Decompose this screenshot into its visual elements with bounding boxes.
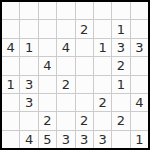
cell-r8c8[interactable]: 1 — [131, 131, 148, 148]
cell-r3c4[interactable]: 4 — [57, 39, 74, 56]
cell-r2c5[interactable]: 2 — [76, 20, 93, 37]
cell-r4c8[interactable] — [131, 57, 148, 74]
puzzle-board: 21414133421321324222453331 — [0, 0, 150, 150]
cell-r1c8[interactable] — [131, 2, 148, 19]
cell-r6c1[interactable] — [2, 94, 19, 111]
cell-r5c3[interactable] — [39, 76, 56, 93]
cell-r5c5[interactable] — [76, 76, 93, 93]
cell-r8c3[interactable]: 5 — [39, 131, 56, 148]
cell-r3c6[interactable]: 1 — [94, 39, 111, 56]
cell-r8c4[interactable]: 3 — [57, 131, 74, 148]
cell-r6c3[interactable] — [39, 94, 56, 111]
cell-r1c6[interactable] — [94, 2, 111, 19]
puzzle-page: 21414133421321324222453331 — [0, 0, 150, 150]
cell-r4c7[interactable]: 2 — [112, 57, 129, 74]
cell-r1c5[interactable] — [76, 2, 93, 19]
cell-r2c2[interactable] — [20, 20, 37, 37]
cell-r8c2[interactable]: 4 — [20, 131, 37, 148]
cell-r4c5[interactable] — [76, 57, 93, 74]
cell-r5c6[interactable] — [94, 76, 111, 93]
cell-r1c2[interactable] — [20, 2, 37, 19]
cell-r1c1[interactable] — [2, 2, 19, 19]
cell-r6c7[interactable] — [112, 94, 129, 111]
cell-r1c4[interactable] — [57, 2, 74, 19]
cell-r6c2[interactable]: 3 — [20, 94, 37, 111]
cell-r1c7[interactable] — [112, 2, 129, 19]
cell-r7c3[interactable]: 2 — [39, 112, 56, 129]
cell-r2c3[interactable] — [39, 20, 56, 37]
cell-r7c5[interactable]: 2 — [76, 112, 93, 129]
cell-r4c1[interactable] — [2, 57, 19, 74]
cell-r2c6[interactable] — [94, 20, 111, 37]
cell-r8c1[interactable] — [2, 131, 19, 148]
cell-r1c3[interactable] — [39, 2, 56, 19]
cell-r5c8[interactable] — [131, 76, 148, 93]
cell-r7c6[interactable] — [94, 112, 111, 129]
cell-r8c6[interactable]: 3 — [94, 131, 111, 148]
cell-r3c7[interactable]: 3 — [112, 39, 129, 56]
cell-r2c1[interactable] — [2, 20, 19, 37]
cell-r7c8[interactable] — [131, 112, 148, 129]
cell-r6c4[interactable] — [57, 94, 74, 111]
cell-r7c4[interactable] — [57, 112, 74, 129]
cell-r3c1[interactable]: 4 — [2, 39, 19, 56]
cell-r6c6[interactable]: 2 — [94, 94, 111, 111]
cell-r4c6[interactable] — [94, 57, 111, 74]
cell-r2c4[interactable] — [57, 20, 74, 37]
cell-r4c4[interactable] — [57, 57, 74, 74]
cell-r8c7[interactable] — [112, 131, 129, 148]
cell-r5c4[interactable]: 2 — [57, 76, 74, 93]
cell-r8c5[interactable]: 3 — [76, 131, 93, 148]
cell-r3c5[interactable] — [76, 39, 93, 56]
cell-r6c5[interactable] — [76, 94, 93, 111]
cell-r5c2[interactable]: 3 — [20, 76, 37, 93]
cell-r7c2[interactable] — [20, 112, 37, 129]
cell-r3c2[interactable]: 1 — [20, 39, 37, 56]
cell-r3c3[interactable] — [39, 39, 56, 56]
cell-r3c8[interactable]: 3 — [131, 39, 148, 56]
cell-r5c1[interactable]: 1 — [2, 76, 19, 93]
cell-r6c8[interactable]: 4 — [131, 94, 148, 111]
cell-r7c1[interactable] — [2, 112, 19, 129]
cell-r5c7[interactable]: 1 — [112, 76, 129, 93]
cell-r7c7[interactable]: 2 — [112, 112, 129, 129]
cell-r2c7[interactable]: 1 — [112, 20, 129, 37]
cell-r4c2[interactable] — [20, 57, 37, 74]
cell-r4c3[interactable]: 4 — [39, 57, 56, 74]
cell-r2c8[interactable] — [131, 20, 148, 37]
